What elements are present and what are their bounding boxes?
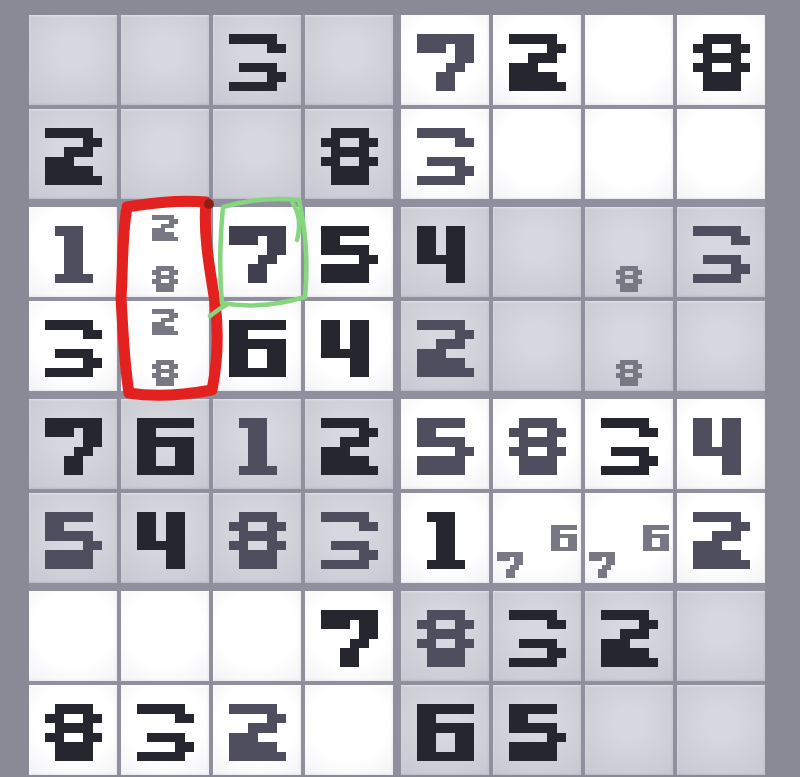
cell-r6c1[interactable] [29, 493, 117, 583]
cell-r6c2[interactable] [121, 493, 209, 583]
digit-3 [509, 610, 566, 667]
digit-7 [417, 34, 474, 91]
digit-3 [45, 320, 102, 377]
cell-r8c2[interactable] [121, 685, 209, 775]
digit-2 [229, 704, 286, 761]
cell-r4c8[interactable] [677, 301, 765, 391]
digit-8 [321, 128, 378, 185]
digit-1 [45, 226, 102, 283]
digit-8 [509, 418, 566, 475]
digit-5 [321, 226, 378, 283]
pencil-mark-8 [152, 266, 178, 292]
digit-3 [137, 704, 194, 761]
cell-r2c3[interactable] [213, 109, 301, 199]
cell-r3c7[interactable] [585, 207, 673, 297]
cell-r4c7[interactable] [585, 301, 673, 391]
digit-2 [693, 512, 750, 569]
pencil-mark-8 [152, 360, 178, 386]
cell-r7c6[interactable] [493, 591, 581, 681]
cell-r5c2[interactable] [121, 399, 209, 489]
cell-r4c1[interactable] [29, 301, 117, 391]
app-background [0, 0, 800, 777]
cell-r5c8[interactable] [677, 399, 765, 489]
cell-r5c7[interactable] [585, 399, 673, 489]
cell-r6c5[interactable] [401, 493, 489, 583]
digit-3 [601, 418, 658, 475]
pencil-mark-7 [589, 552, 615, 578]
digit-6 [417, 704, 474, 761]
digit-3 [693, 226, 750, 283]
cell-r2c1[interactable] [29, 109, 117, 199]
pencil-mark-8 [616, 360, 642, 386]
digit-3 [417, 128, 474, 185]
cell-r4c5[interactable] [401, 301, 489, 391]
digit-3 [321, 512, 378, 569]
digit-3 [229, 34, 286, 91]
cell-r6c3[interactable] [213, 493, 301, 583]
cell-r1c6[interactable] [493, 15, 581, 105]
cell-r2c2[interactable] [121, 109, 209, 199]
digit-7 [229, 226, 286, 283]
digit-2 [321, 418, 378, 475]
digit-1 [417, 512, 474, 569]
cell-r7c2[interactable] [121, 591, 209, 681]
cell-r8c3[interactable] [213, 685, 301, 775]
digit-2 [509, 34, 566, 91]
cell-r7c1[interactable] [29, 591, 117, 681]
cell-r4c6[interactable] [493, 301, 581, 391]
pencil-mark-6 [643, 525, 669, 551]
cell-r3c3[interactable] [213, 207, 301, 297]
pencil-mark-2 [152, 215, 178, 241]
digit-4 [321, 320, 378, 377]
cell-r8c1[interactable] [29, 685, 117, 775]
cell-r6c7[interactable] [585, 493, 673, 583]
digit-8 [417, 610, 474, 667]
sudoku-board [29, 15, 765, 775]
pencil-mark-2 [152, 309, 178, 335]
cell-r1c3[interactable] [213, 15, 301, 105]
cell-r5c3[interactable] [213, 399, 301, 489]
cell-r4c4[interactable] [305, 301, 393, 391]
cell-r3c8[interactable] [677, 207, 765, 297]
cell-r2c6[interactable] [493, 109, 581, 199]
digit-6 [229, 320, 286, 377]
digit-4 [417, 226, 474, 283]
cell-r1c1[interactable] [29, 15, 117, 105]
cell-r1c8[interactable] [677, 15, 765, 105]
digit-4 [137, 512, 194, 569]
cell-r4c3[interactable] [213, 301, 301, 391]
digit-5 [509, 704, 566, 761]
cell-r3c5[interactable] [401, 207, 489, 297]
digit-8 [693, 34, 750, 91]
cell-r3c4[interactable] [305, 207, 393, 297]
digit-4 [693, 418, 750, 475]
cell-r5c4[interactable] [305, 399, 393, 489]
cell-r5c5[interactable] [401, 399, 489, 489]
digit-2 [45, 128, 102, 185]
cell-r8c8[interactable] [677, 685, 765, 775]
digit-8 [45, 704, 102, 761]
cell-r5c1[interactable] [29, 399, 117, 489]
cell-r2c5[interactable] [401, 109, 489, 199]
cell-r8c7[interactable] [585, 685, 673, 775]
cell-r1c7[interactable] [585, 15, 673, 105]
digit-5 [45, 512, 102, 569]
cell-r7c8[interactable] [677, 591, 765, 681]
cell-r2c4[interactable] [305, 109, 393, 199]
cell-r6c4[interactable] [305, 493, 393, 583]
digit-7 [45, 418, 102, 475]
cell-r1c5[interactable] [401, 15, 489, 105]
cell-r4c2[interactable] [121, 301, 209, 391]
pencil-mark-8 [616, 266, 642, 292]
cell-r7c5[interactable] [401, 591, 489, 681]
cell-r5c6[interactable] [493, 399, 581, 489]
digit-2 [417, 320, 474, 377]
digit-6 [137, 418, 194, 475]
cell-r3c6[interactable] [493, 207, 581, 297]
cell-r2c8[interactable] [677, 109, 765, 199]
digit-1 [229, 418, 286, 475]
cell-r7c7[interactable] [585, 591, 673, 681]
cell-r1c4[interactable] [305, 15, 393, 105]
cell-r7c4[interactable] [305, 591, 393, 681]
digit-8 [229, 512, 286, 569]
pencil-mark-6 [551, 525, 577, 551]
cell-r2c7[interactable] [585, 109, 673, 199]
cell-r3c1[interactable] [29, 207, 117, 297]
cell-r3c2[interactable] [121, 207, 209, 297]
cell-r1c2[interactable] [121, 15, 209, 105]
digit-2 [601, 610, 658, 667]
pencil-mark-7 [497, 552, 523, 578]
digit-7 [321, 610, 378, 667]
cell-r6c6[interactable] [493, 493, 581, 583]
cell-r8c4[interactable] [305, 685, 393, 775]
digit-5 [417, 418, 474, 475]
cell-r6c8[interactable] [677, 493, 765, 583]
cell-r7c3[interactable] [213, 591, 301, 681]
cell-r8c6[interactable] [493, 685, 581, 775]
cell-r8c5[interactable] [401, 685, 489, 775]
